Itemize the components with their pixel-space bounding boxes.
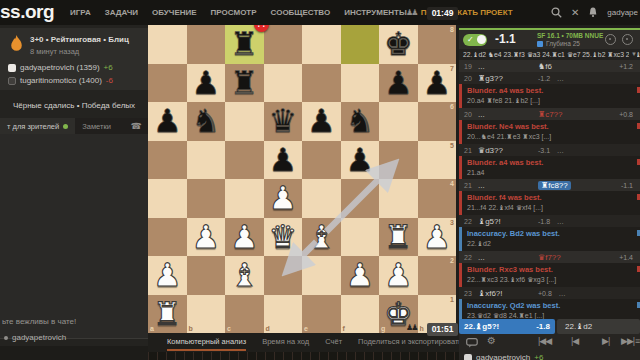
white-move[interactable]: ... — [478, 181, 538, 190]
move-number: 21 — [459, 182, 478, 189]
chevron-down-icon[interactable]: ▼ — [629, 49, 637, 60]
playback-toolbar: ⚙ |◀◀ |◀ ▶| ▶▶| ≡ — [459, 334, 640, 352]
analysis-tab[interactable]: Поделиться и экспортировать — [358, 337, 462, 349]
file-label: f — [343, 325, 345, 332]
white-move[interactable]: ... — [478, 110, 538, 119]
rank-label: 4 — [450, 180, 454, 187]
square-b2[interactable] — [187, 256, 226, 295]
rank-label: 6 — [450, 103, 454, 110]
chat-area — [0, 134, 148, 339]
inline-eval: -1.2 — [538, 75, 550, 82]
move-eval: -1.1 — [601, 182, 640, 189]
nav-item[interactable]: ЗАДАЧИ — [105, 8, 138, 17]
move-row[interactable]: 23♝xf6?!+0.8... — [459, 287, 640, 299]
rank-label: 3 — [450, 219, 454, 226]
white-move[interactable]: ... — [478, 253, 538, 262]
white-pawn-d4[interactable]: ♟ — [264, 179, 303, 218]
move-placeholder: ... — [557, 217, 564, 226]
black-move-cell[interactable]: -3.1... — [538, 146, 601, 155]
white-pawn-a2[interactable]: ♟ — [148, 256, 187, 295]
square-f4[interactable] — [341, 179, 380, 218]
rank-label: 8 — [450, 26, 454, 33]
file-label: b — [189, 325, 193, 332]
played-move-button[interactable]: 22.♝g5?! -1.8 — [459, 319, 555, 334]
move-placeholder: ... — [559, 289, 566, 298]
nav-item[interactable]: СООБЩЕСТВО — [271, 8, 331, 17]
white-queen-d3[interactable]: ♛ — [264, 218, 303, 257]
file-label: g — [381, 325, 385, 332]
rating-delta: +6 — [534, 353, 543, 360]
move-number: 20 — [459, 111, 478, 118]
black-move[interactable]: ♛f7?? — [538, 253, 561, 262]
player-name: gadyapetrovich (1359) — [20, 63, 100, 72]
white-bishop-c2[interactable]: ♝ — [225, 256, 264, 295]
tab-label: Заметки — [82, 122, 111, 131]
square-f7[interactable] — [341, 64, 380, 103]
black-king-g8[interactable]: ♚ — [379, 25, 418, 64]
black-move-cell[interactable]: ♜c7?? — [538, 110, 601, 119]
annotation-variation[interactable]: 21.a4 — [467, 169, 636, 176]
depth-row: Глубина 25 — [537, 40, 580, 47]
white-move[interactable]: ♜g3?? — [478, 74, 538, 83]
close-icon[interactable]: ✕ — [571, 7, 579, 18]
move-row[interactable]: 20...♜c7??+0.8 — [459, 108, 640, 120]
white-pawn-g2[interactable]: ♟ — [379, 256, 418, 295]
black-clock: 01:49 — [427, 7, 458, 20]
site-logo[interactable]: ss.org — [0, 1, 54, 23]
white-pawn-c3[interactable]: ♟ — [225, 218, 264, 257]
go-to-end-button[interactable]: ▶▶| — [621, 336, 634, 346]
annotation-title: Blunder. Ne4 was best. — [467, 122, 636, 131]
annotation-title: Blunder. a4 was best. — [467, 86, 636, 95]
white-move[interactable]: ♛d3?? — [478, 146, 538, 155]
played-move: 22.♝g5?! — [464, 322, 499, 331]
analysis-tabs: Компьютерный анализВремя на ходСчётПодел… — [148, 337, 478, 352]
square-d8[interactable] — [264, 25, 303, 64]
best-move: 22.♝d2 — [565, 322, 592, 331]
black-pawn-e6[interactable]: ♟ — [302, 102, 341, 141]
white-bishop-e3[interactable]: ♝ — [302, 218, 341, 257]
black-move-cell[interactable]: +0.8... — [538, 289, 601, 298]
annotation-note: Inaccuracy. Qd2 was best.23.♛d2 ♛d8 24.♜… — [459, 299, 640, 321]
black-pawn-d5[interactable]: ♟ — [264, 141, 303, 180]
move-row[interactable]: 22♝g5?!-1.8... — [459, 215, 640, 227]
player-name: gadyapetrovich — [476, 353, 530, 360]
move-compare-bar: 22.♝g5?! -1.8 22.♝d2 — [459, 319, 640, 334]
blitz-flame-icon — [9, 35, 24, 54]
move-number: 19 — [459, 63, 478, 70]
annotation-title: Blunder. Rxc3 was best. — [467, 265, 636, 274]
file-label: c — [227, 325, 231, 332]
square-g5[interactable] — [379, 141, 418, 180]
time-control: 3+0 • Рейтинговая • Блиц — [30, 35, 129, 44]
check-icon: ✓ — [467, 34, 474, 46]
nav-item[interactable]: ОБУЧЕНИЕ — [152, 8, 197, 17]
square-a3[interactable] — [148, 218, 187, 257]
move-number: 22 — [459, 218, 478, 225]
captured-pieces-top: ♟♟ — [406, 8, 416, 17]
square-a7[interactable] — [148, 64, 187, 103]
toggle-knob — [477, 35, 486, 44]
white-pawn-f2[interactable]: ♟ — [341, 256, 380, 295]
black-move-cell[interactable]: ♜fc8?? — [538, 181, 601, 190]
rank-label: 7 — [450, 65, 454, 72]
chess-analysis-page: ss.org ИГРАЗАДАЧИОБУЧЕНИЕПРОСМОТРСООБЩЕС… — [0, 0, 640, 360]
phone-icon[interactable]: ☎ — [125, 118, 148, 134]
move-number: 22 — [459, 254, 478, 261]
annotation-variation[interactable]: 20...♞e4 21.♜e3 ♜xc3 [...] — [467, 133, 636, 141]
white-rook-g3[interactable]: ♜ — [379, 218, 418, 257]
game-info-card: 3+0 • Рейтинговая • Блиц 8 минут назад g… — [0, 28, 148, 90]
inline-eval: +0.8 — [538, 290, 552, 297]
annotation-note: Blunder. a4 was best.20.a4 ♜fe8 21.♝b2 [… — [459, 84, 640, 108]
avatar — [8, 77, 16, 85]
white-move[interactable]: ♝g5?! — [478, 217, 538, 226]
move-row[interactable]: 21...♜fc8??-1.1 — [459, 179, 640, 191]
move-number: 20 — [459, 75, 478, 82]
search-icon[interactable] — [551, 7, 562, 18]
engine-line[interactable]: 22.♝d2 ♞e4 23.♜f3 ♛a3 24.♜c1 ♛e7 25.♝b2 … — [459, 49, 640, 60]
annotation-title: Inaccuracy. Bd2 was best. — [467, 229, 636, 238]
chat-bubble-icon[interactable] — [466, 338, 478, 348]
annotation-variation[interactable]: 22.♝d2 — [467, 240, 636, 248]
online-dot-icon — [63, 124, 68, 129]
sidebar-tabs: т для зрителей Заметки ☎ — [0, 118, 148, 134]
gear-icon[interactable]: ⚙ — [487, 335, 496, 346]
black-move[interactable]: ♜c7?? — [538, 110, 563, 119]
square-e7[interactable] — [302, 64, 341, 103]
analysis-tab[interactable]: Время на ход — [262, 337, 309, 349]
move-number: 23 — [459, 290, 478, 297]
black-move-cell[interactable]: ♛f7?? — [538, 253, 601, 262]
black-move-cell[interactable]: -1.8... — [538, 217, 601, 226]
move-time-chart — [148, 352, 459, 360]
engine-header: ✓ -1.1 SF 16.1 • 70MB NNUE Глубина 25 — [459, 30, 640, 49]
rank-label: 1 — [450, 296, 454, 303]
chat-input[interactable] — [0, 346, 148, 360]
move-row[interactable]: 20♜g3??-1.2... — [459, 72, 640, 84]
player-row-white[interactable]: gadyapetrovich (1359) +6 — [8, 62, 113, 73]
go-to-start-button[interactable]: |◀◀ — [538, 336, 551, 346]
move-eval: +1.4 — [601, 254, 640, 261]
tab-notes[interactable]: Заметки — [75, 118, 118, 134]
black-move-cell[interactable]: ♞f6 — [538, 62, 601, 71]
black-knight-b6[interactable]: ♞ — [187, 102, 226, 141]
annotation-title: Blunder. a4 was best. — [467, 158, 636, 167]
square-e4[interactable] — [302, 179, 341, 218]
black-queen-d6[interactable]: ♛ — [264, 102, 303, 141]
black-pawn-g7[interactable]: ♟ — [379, 64, 418, 103]
rating-delta: +6 — [104, 63, 113, 72]
square-c6[interactable] — [225, 102, 264, 141]
nav-username[interactable]: gadyape — [607, 8, 638, 17]
avatar — [8, 64, 16, 72]
evaluation-score: -1.1 — [495, 32, 516, 46]
engine-toggle[interactable]: ✓ — [463, 34, 487, 46]
annotation-variation[interactable]: 20.a4 ♜fe8 21.♝b2 [...] — [467, 97, 636, 105]
gear-icon[interactable] — [622, 34, 633, 45]
square-c4[interactable] — [225, 179, 264, 218]
move-placeholder: ... — [557, 74, 564, 83]
tab-label: т для зрителей — [7, 122, 59, 131]
annotation-note: Inaccuracy. Bd2 was best.22.♝d2 — [459, 227, 640, 251]
black-rook-c7[interactable]: ♜ — [225, 64, 264, 103]
analysis-tab[interactable]: Счёт — [325, 337, 342, 349]
inline-eval: -1.8 — [538, 218, 550, 225]
square-a4[interactable] — [148, 179, 187, 218]
chat-user-row[interactable]: gadyapetrovich — [4, 333, 66, 342]
next-move-button[interactable]: ▶| — [602, 336, 609, 346]
square-g6[interactable] — [379, 102, 418, 141]
square-b4[interactable] — [187, 179, 226, 218]
engine-depth: Глубина 25 — [546, 40, 580, 47]
square-f3[interactable] — [341, 218, 380, 257]
file-label: d — [266, 325, 270, 332]
square-f1[interactable] — [341, 295, 380, 334]
annotation-note: Blunder. Ne4 was best.20...♞e4 21.♜e3 ♜x… — [459, 120, 640, 144]
analysis-tab[interactable]: Компьютерный анализ — [167, 337, 246, 351]
bottom-player-row[interactable]: gadyapetrovich +6 — [464, 353, 543, 360]
file-label: e — [304, 325, 308, 332]
square-d2[interactable] — [264, 256, 303, 295]
user-dot-icon — [4, 336, 8, 340]
file-label: h — [420, 325, 424, 332]
bell-icon[interactable] — [588, 7, 598, 18]
rank-label: 2 — [450, 257, 454, 264]
black-pawn-f5[interactable]: ♟ — [341, 141, 380, 180]
square-f8[interactable] — [341, 25, 380, 64]
chat-username: gadyapetrovich — [12, 333, 66, 342]
move-row[interactable]: 19...♞f6+1.2 — [459, 60, 640, 72]
square-a8[interactable] — [148, 25, 187, 64]
nav-item[interactable]: ПРОСМОТР — [211, 8, 257, 17]
square-d7[interactable] — [264, 64, 303, 103]
tab-spectator-chat[interactable]: т для зрителей — [0, 118, 75, 134]
move-number: 21 — [459, 147, 478, 154]
rank-label: 5 — [450, 142, 454, 149]
menu-icon[interactable]: ≡ — [635, 336, 640, 346]
file-label: a — [150, 325, 154, 332]
black-knight-f6[interactable]: ♞ — [341, 102, 380, 141]
annotation-title: Blunder. f4 was best. — [467, 193, 636, 202]
move-eval: +0.8 — [601, 111, 640, 118]
target-icon[interactable] — [605, 34, 616, 45]
chess-board[interactable]: ♜♚8♟♜♟7♟♟♞♛♟♞6♟♟5♟4♟♟♛♝♜3♟♟♝♟♟2a♜bcdefg♚… — [148, 25, 456, 333]
player-name: tugaritinomotico (1400) — [20, 76, 102, 85]
move-list: 19...♞f6+1.220♜g3??-1.2...Blunder. a4 wa… — [459, 60, 640, 321]
square-c5[interactable] — [225, 141, 264, 180]
black-move[interactable]: ♞f6 — [538, 62, 552, 71]
game-result: Чёрные сдались • Победа белых — [0, 101, 148, 110]
move-row[interactable]: 22...♛f7??+1.4 — [459, 251, 640, 263]
selected-move[interactable]: ♜fc8?? — [538, 181, 571, 190]
move-row[interactable]: 21♛d3??-3.1... — [459, 144, 640, 156]
square-e5[interactable] — [302, 141, 341, 180]
cloud-engine-icon — [537, 41, 543, 47]
square-e2[interactable] — [302, 256, 341, 295]
rating-delta: -6 — [106, 76, 113, 85]
annotation-note: Blunder. a4 was best.21.a4 — [459, 156, 640, 179]
white-move[interactable]: ... — [478, 62, 538, 71]
black-pawn-a6[interactable]: ♟ — [148, 102, 187, 141]
avatar — [464, 354, 472, 360]
square-g4[interactable] — [379, 179, 418, 218]
square-b8[interactable] — [187, 25, 226, 64]
analysis-panel: ✓ -1.1 SF 16.1 • 70MB NNUE Глубина 25 22… — [459, 28, 640, 360]
best-move-button[interactable]: 22.♝d2 — [557, 319, 640, 334]
chat-politeness-note: ьте вежливы в чате! — [2, 317, 76, 326]
move-placeholder: ... — [557, 146, 564, 155]
white-move[interactable]: ♝xf6?! — [478, 289, 538, 298]
top-nav: ss.org ИГРАЗАДАЧИОБУЧЕНИЕПРОСМОТРСООБЩЕС… — [0, 0, 640, 25]
nav-item[interactable]: ИНСТРУМЕНТЫ — [344, 8, 407, 17]
nav-right: ✕ gadyape — [551, 0, 638, 25]
played-move-eval: -1.8 — [536, 322, 550, 331]
square-a5[interactable] — [148, 141, 187, 180]
square-b5[interactable] — [187, 141, 226, 180]
white-pawn-b3[interactable]: ♟ — [187, 218, 226, 257]
annotation-variation[interactable]: 21...f4 22.♝xf4 ♛xf4 [...] — [467, 204, 636, 212]
white-clock: 01:51 — [427, 323, 458, 336]
square-e8[interactable] — [302, 25, 341, 64]
annotation-title: Inaccuracy. Qd2 was best. — [467, 301, 636, 310]
previous-move-button[interactable]: |◀ — [571, 336, 578, 346]
left-sidebar: 3+0 • Рейтинговая • Блиц 8 минут назад g… — [0, 25, 148, 360]
annotation-variation[interactable]: 22...♜xc3 23.♝xf6 ♛xg3 [...] — [467, 276, 636, 284]
captured-pieces-bottom: ♟♟ — [406, 323, 416, 332]
black-move-cell[interactable]: -1.2... — [538, 74, 601, 83]
engine-name: SF 16.1 • 70MB NNUE — [537, 32, 603, 39]
annotation-note: Blunder. Rxc3 was best.22...♜xc3 23.♝xf6… — [459, 263, 640, 287]
move-eval: +1.2 — [601, 63, 640, 70]
nav-item[interactable]: ИГРА — [70, 8, 91, 17]
black-pawn-b7[interactable]: ♟ — [187, 64, 226, 103]
inline-eval: -3.1 — [538, 147, 550, 154]
played-ago: 8 минут назад — [30, 47, 79, 56]
annotation-note: Blunder. f4 was best.21...f4 22.♝xf4 ♛xf… — [459, 191, 640, 215]
player-row-black[interactable]: tugaritinomotico (1400) -6 — [8, 75, 113, 86]
